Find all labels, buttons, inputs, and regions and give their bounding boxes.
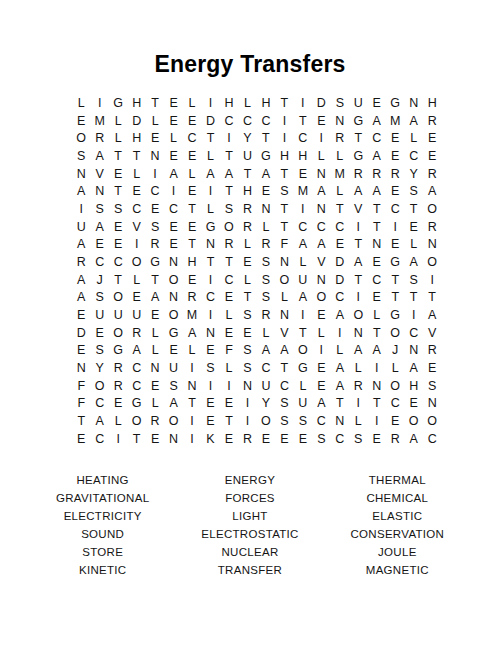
grid-cell-r2c18: M: [386, 112, 404, 130]
grid-cell-r2c5: L: [146, 112, 164, 130]
word-electrostatic: ELECTROSTATIC: [176, 525, 323, 543]
grid-cell-r12c5: A: [146, 288, 164, 306]
grid-cell-r3c4: H: [127, 129, 145, 147]
grid-cell-r19c14: C: [312, 412, 330, 430]
grid-cell-r4c1: S: [72, 147, 90, 165]
grid-cell-r7c9: S: [220, 200, 238, 218]
grid-cell-r3c6: L: [164, 129, 182, 147]
grid-cell-r6c5: C: [146, 182, 164, 200]
grid-cell-r8c6: E: [164, 218, 182, 236]
grid-cell-r12c18: T: [386, 288, 404, 306]
grid-cell-r15c14: I: [312, 341, 330, 359]
grid-cell-r9c20: N: [423, 235, 441, 253]
word-list-column-2: ENERGYFORCESLIGHTELECTROSTATICNUCLEARTRA…: [176, 471, 323, 579]
grid-cell-r1c7: L: [183, 94, 201, 112]
grid-cell-r12c3: O: [109, 288, 127, 306]
grid-cell-r5c7: L: [183, 165, 201, 183]
grid-cell-r10c5: G: [146, 253, 164, 271]
grid-cell-r3c18: E: [386, 129, 404, 147]
grid-cell-r10c20: O: [423, 253, 441, 271]
grid-cell-r9c13: A: [294, 235, 312, 253]
grid-cell-r16c13: G: [294, 359, 312, 377]
grid-cell-r15c12: A: [275, 341, 293, 359]
grid-cell-r10c1: R: [72, 253, 90, 271]
grid-cell-r12c10: T: [238, 288, 256, 306]
grid-cell-r6c4: E: [127, 182, 145, 200]
grid-cell-r1c11: H: [257, 94, 275, 112]
grid-cell-r15c7: L: [183, 341, 201, 359]
grid-cell-r5c16: R: [349, 165, 367, 183]
grid-cell-r18c19: E: [404, 394, 422, 412]
grid-cell-r20c7: I: [183, 430, 201, 448]
grid-cell-r15c18: J: [386, 341, 404, 359]
grid-cell-r19c10: I: [238, 412, 256, 430]
grid-cell-r11c19: S: [404, 271, 422, 289]
grid-cell-r3c12: I: [275, 129, 293, 147]
grid-cell-r1c12: T: [275, 94, 293, 112]
grid-cell-r10c8: T: [201, 253, 219, 271]
grid-cell-r1c20: H: [423, 94, 441, 112]
grid-cell-r2c9: C: [220, 112, 238, 130]
grid-cell-r17c17: N: [368, 377, 386, 395]
word-transfer: TRANSFER: [176, 561, 323, 579]
grid-cell-r14c18: O: [386, 324, 404, 342]
grid-cell-r2c1: E: [72, 112, 90, 130]
grid-cell-r16c12: T: [275, 359, 293, 377]
grid-cell-r20c12: E: [275, 430, 293, 448]
grid-cell-r3c19: L: [404, 129, 422, 147]
word-search-grid: LIGHTELIHLHTIDSUEGNHEMLDLEEDCCCITENGAMAR…: [72, 94, 441, 447]
grid-cell-r1c1: L: [72, 94, 90, 112]
grid-cell-r19c5: R: [146, 412, 164, 430]
grid-cell-r5c17: R: [368, 165, 386, 183]
grid-cell-r2c13: T: [294, 112, 312, 130]
grid-cell-r11c18: T: [386, 271, 404, 289]
grid-cell-r9c14: A: [312, 235, 330, 253]
grid-cell-r4c13: H: [294, 147, 312, 165]
grid-cell-r19c17: I: [368, 412, 386, 430]
grid-cell-r9c4: I: [127, 235, 145, 253]
grid-cell-r3c10: Y: [238, 129, 256, 147]
grid-cell-r3c20: E: [423, 129, 441, 147]
grid-cell-r5c11: A: [257, 165, 275, 183]
grid-cell-r2c3: L: [109, 112, 127, 130]
grid-cell-r6c19: S: [404, 182, 422, 200]
grid-cell-r15c10: S: [238, 341, 256, 359]
grid-cell-r19c9: T: [220, 412, 238, 430]
grid-cell-r9c9: R: [220, 235, 238, 253]
grid-cell-r10c2: C: [90, 253, 108, 271]
grid-cell-r7c2: S: [90, 200, 108, 218]
grid-cell-r17c19: H: [404, 377, 422, 395]
grid-cell-r15c6: E: [164, 341, 182, 359]
grid-cell-r18c6: A: [164, 394, 182, 412]
word-gravitational: GRAVITATIONAL: [29, 489, 176, 507]
word-electricity: ELECTRICITY: [29, 507, 176, 525]
grid-cell-r18c9: E: [220, 394, 238, 412]
grid-cell-r8c13: C: [294, 218, 312, 236]
grid-cell-r11c7: E: [183, 271, 201, 289]
grid-cell-r20c2: C: [90, 430, 108, 448]
grid-cell-r13c18: G: [386, 306, 404, 324]
grid-cell-r13c11: R: [257, 306, 275, 324]
grid-cell-r13c4: U: [127, 306, 145, 324]
word-nuclear: NUCLEAR: [176, 543, 323, 561]
grid-cell-r17c15: A: [331, 377, 349, 395]
grid-cell-r18c11: Y: [257, 394, 275, 412]
grid-cell-r11c5: T: [146, 271, 164, 289]
grid-cell-r13c7: M: [183, 306, 201, 324]
grid-cell-r14c7: A: [183, 324, 201, 342]
grid-cell-r4c9: T: [220, 147, 238, 165]
grid-cell-r18c3: E: [109, 394, 127, 412]
grid-cell-r4c6: E: [164, 147, 182, 165]
grid-cell-r4c17: A: [368, 147, 386, 165]
grid-cell-r14c8: N: [201, 324, 219, 342]
grid-cell-r20c16: S: [349, 430, 367, 448]
grid-cell-r17c7: N: [183, 377, 201, 395]
grid-cell-r2c19: A: [404, 112, 422, 130]
grid-cell-r15c5: L: [146, 341, 164, 359]
grid-cell-r15c11: A: [257, 341, 275, 359]
grid-cell-r6c18: E: [386, 182, 404, 200]
grid-cell-r3c2: R: [90, 129, 108, 147]
grid-cell-r15c1: E: [72, 341, 90, 359]
grid-cell-r17c10: N: [238, 377, 256, 395]
grid-cell-r19c19: O: [404, 412, 422, 430]
grid-cell-r2c11: C: [257, 112, 275, 130]
grid-cell-r8c3: E: [109, 218, 127, 236]
grid-cell-r17c18: O: [386, 377, 404, 395]
grid-cell-r1c14: D: [312, 94, 330, 112]
grid-cell-r2c16: G: [349, 112, 367, 130]
grid-cell-r15c9: F: [220, 341, 238, 359]
grid-cell-r16c18: L: [386, 359, 404, 377]
grid-cell-r20c18: R: [386, 430, 404, 448]
grid-cell-r5c20: R: [423, 165, 441, 183]
grid-cell-r13c10: S: [238, 306, 256, 324]
grid-cell-r20c20: C: [423, 430, 441, 448]
grid-cell-r13c5: E: [146, 306, 164, 324]
grid-cell-r4c5: N: [146, 147, 164, 165]
grid-cell-r7c10: R: [238, 200, 256, 218]
grid-cell-r3c11: T: [257, 129, 275, 147]
grid-cell-r19c1: T: [72, 412, 90, 430]
grid-cell-r17c9: I: [220, 377, 238, 395]
grid-cell-r16c16: L: [349, 359, 367, 377]
grid-cell-r13c2: U: [90, 306, 108, 324]
grid-cell-r19c3: L: [109, 412, 127, 430]
grid-cell-r19c18: E: [386, 412, 404, 430]
grid-cell-r4c18: E: [386, 147, 404, 165]
grid-cell-r8c16: I: [349, 218, 367, 236]
grid-cell-r20c10: R: [238, 430, 256, 448]
grid-cell-r1c8: I: [201, 94, 219, 112]
grid-cell-r9c12: F: [275, 235, 293, 253]
grid-cell-r14c16: N: [349, 324, 367, 342]
grid-cell-r18c18: C: [386, 394, 404, 412]
word-chemical: CHEMICAL: [324, 489, 471, 507]
grid-cell-r16c14: E: [312, 359, 330, 377]
grid-cell-r6c1: A: [72, 182, 90, 200]
grid-cell-r14c9: E: [220, 324, 238, 342]
grid-cell-r9c19: L: [404, 235, 422, 253]
grid-cell-r13c1: E: [72, 306, 90, 324]
grid-cell-r13c3: U: [109, 306, 127, 324]
grid-cell-r15c3: G: [109, 341, 127, 359]
grid-cell-r16c19: A: [404, 359, 422, 377]
grid-cell-r14c17: T: [368, 324, 386, 342]
grid-cell-r3c7: C: [183, 129, 201, 147]
grid-cell-r8c5: S: [146, 218, 164, 236]
grid-cell-r2c12: I: [275, 112, 293, 130]
grid-cell-r5c2: V: [90, 165, 108, 183]
grid-cell-r20c8: K: [201, 430, 219, 448]
grid-cell-r11c12: O: [275, 271, 293, 289]
grid-cell-r12c12: L: [275, 288, 293, 306]
grid-cell-r14c20: V: [423, 324, 441, 342]
grid-cell-r4c4: T: [127, 147, 145, 165]
grid-cell-r14c5: L: [146, 324, 164, 342]
grid-cell-r7c12: T: [275, 200, 293, 218]
grid-cell-r3c9: I: [220, 129, 238, 147]
grid-cell-r5c1: N: [72, 165, 90, 183]
grid-cell-r8c9: O: [220, 218, 238, 236]
grid-cell-r19c7: I: [183, 412, 201, 430]
grid-cell-r5c14: N: [312, 165, 330, 183]
grid-cell-r14c14: L: [312, 324, 330, 342]
grid-cell-r20c9: E: [220, 430, 238, 448]
grid-cell-r8c11: L: [257, 218, 275, 236]
grid-cell-r5c15: M: [331, 165, 349, 183]
grid-cell-r5c8: A: [201, 165, 219, 183]
grid-cell-r10c18: G: [386, 253, 404, 271]
grid-cell-r13c13: I: [294, 306, 312, 324]
grid-cell-r5c5: I: [146, 165, 164, 183]
word-search-page: Energy Transfers LIGHTELIHLHTIDSUEGNHEML…: [0, 0, 500, 647]
word-heating: HEATING: [29, 471, 176, 489]
grid-cell-r16c17: I: [368, 359, 386, 377]
grid-cell-r19c2: A: [90, 412, 108, 430]
grid-cell-r18c8: E: [201, 394, 219, 412]
grid-cell-r11c6: O: [164, 271, 182, 289]
grid-cell-r20c13: E: [294, 430, 312, 448]
grid-cell-r3c16: T: [349, 129, 367, 147]
grid-cell-r12c15: C: [331, 288, 349, 306]
grid-cell-r7c17: T: [368, 200, 386, 218]
grid-cell-r10c6: N: [164, 253, 182, 271]
word-forces: FORCES: [176, 489, 323, 507]
grid-cell-r6c7: E: [183, 182, 201, 200]
grid-cell-r13c19: I: [404, 306, 422, 324]
grid-cell-r4c3: T: [109, 147, 127, 165]
grid-cell-r9c1: A: [72, 235, 90, 253]
grid-cell-r16c1: N: [72, 359, 90, 377]
grid-cell-r18c7: T: [183, 394, 201, 412]
grid-cell-r17c20: S: [423, 377, 441, 395]
word-sound: SOUND: [29, 525, 176, 543]
grid-cell-r9c17: N: [368, 235, 386, 253]
grid-cell-r8c4: V: [127, 218, 145, 236]
grid-cell-r2c6: E: [164, 112, 182, 130]
grid-cell-r1c13: I: [294, 94, 312, 112]
grid-cell-r10c14: V: [312, 253, 330, 271]
grid-cell-r5c19: Y: [404, 165, 422, 183]
grid-cell-r5c13: E: [294, 165, 312, 183]
grid-cell-r6c13: M: [294, 182, 312, 200]
grid-cell-r11c15: D: [331, 271, 349, 289]
grid-cell-r12c16: I: [349, 288, 367, 306]
grid-cell-r14c6: G: [164, 324, 182, 342]
grid-cell-r20c19: A: [404, 430, 422, 448]
grid-cell-r19c16: L: [349, 412, 367, 430]
grid-cell-r2c8: D: [201, 112, 219, 130]
grid-cell-r12c19: T: [404, 288, 422, 306]
grid-cell-r10c12: N: [275, 253, 293, 271]
grid-cell-r1c5: T: [146, 94, 164, 112]
grid-cell-r1c4: H: [127, 94, 145, 112]
grid-cell-r11c13: U: [294, 271, 312, 289]
grid-cell-r5c4: L: [127, 165, 145, 183]
grid-cell-r1c10: L: [238, 94, 256, 112]
grid-cell-r11c2: J: [90, 271, 108, 289]
grid-cell-r12c14: O: [312, 288, 330, 306]
grid-cell-r10c16: A: [349, 253, 367, 271]
word-light: LIGHT: [176, 507, 323, 525]
grid-cell-r17c6: S: [164, 377, 182, 395]
grid-cell-r7c4: C: [127, 200, 145, 218]
grid-cell-r8c15: C: [331, 218, 349, 236]
grid-cell-r16c4: C: [127, 359, 145, 377]
grid-cell-r16c2: Y: [90, 359, 108, 377]
grid-cell-r5c10: T: [238, 165, 256, 183]
grid-cell-r18c2: C: [90, 394, 108, 412]
grid-cell-r19c13: S: [294, 412, 312, 430]
grid-cell-r3c15: R: [331, 129, 349, 147]
grid-cell-r16c20: E: [423, 359, 441, 377]
grid-cell-r3c1: O: [72, 129, 90, 147]
grid-cell-r13c12: N: [275, 306, 293, 324]
grid-cell-r14c10: E: [238, 324, 256, 342]
grid-cell-r17c1: F: [72, 377, 90, 395]
grid-cell-r19c8: E: [201, 412, 219, 430]
grid-cell-r12c8: C: [201, 288, 219, 306]
grid-cell-r13c14: E: [312, 306, 330, 324]
grid-cell-r15c17: A: [368, 341, 386, 359]
grid-cell-r7c7: T: [183, 200, 201, 218]
grid-cell-r9c5: R: [146, 235, 164, 253]
grid-cell-r20c3: I: [109, 430, 127, 448]
grid-cell-r10c13: L: [294, 253, 312, 271]
grid-cell-r4c16: G: [349, 147, 367, 165]
grid-cell-r2c17: A: [368, 112, 386, 130]
word-conservation: CONSERVATION: [324, 525, 471, 543]
grid-cell-r11c17: C: [368, 271, 386, 289]
grid-cell-r19c11: O: [257, 412, 275, 430]
grid-cell-r14c1: D: [72, 324, 90, 342]
grid-cell-r9c8: N: [201, 235, 219, 253]
word-elastic: ELASTIC: [324, 507, 471, 525]
grid-cell-r8c8: G: [201, 218, 219, 236]
grid-cell-r20c1: E: [72, 430, 90, 448]
grid-cell-r3c17: C: [368, 129, 386, 147]
grid-cell-r18c16: I: [349, 394, 367, 412]
grid-cell-r9c2: E: [90, 235, 108, 253]
grid-cell-r17c8: I: [201, 377, 219, 395]
grid-cell-r16c7: I: [183, 359, 201, 377]
grid-cell-r20c11: E: [257, 430, 275, 448]
grid-cell-r16c11: C: [257, 359, 275, 377]
grid-cell-r15c19: N: [404, 341, 422, 359]
grid-cell-r15c15: L: [331, 341, 349, 359]
grid-cell-r15c20: R: [423, 341, 441, 359]
grid-cell-r2c4: D: [127, 112, 145, 130]
grid-cell-r19c20: O: [423, 412, 441, 430]
grid-cell-r17c11: U: [257, 377, 275, 395]
grid-cell-r6c15: L: [331, 182, 349, 200]
grid-cell-r14c15: I: [331, 324, 349, 342]
grid-cell-r7c11: N: [257, 200, 275, 218]
word-list: HEATINGGRAVITATIONALELECTRICITYSOUNDSTOR…: [29, 471, 471, 579]
grid-cell-r5c9: A: [220, 165, 238, 183]
grid-cell-r15c2: S: [90, 341, 108, 359]
grid-cell-r6c20: A: [423, 182, 441, 200]
grid-cell-r4c8: L: [201, 147, 219, 165]
grid-cell-r10c9: T: [220, 253, 238, 271]
grid-cell-r6c17: A: [368, 182, 386, 200]
grid-cell-r12c2: S: [90, 288, 108, 306]
grid-cell-r16c6: U: [164, 359, 182, 377]
grid-cell-r12c9: E: [220, 288, 238, 306]
grid-cell-r13c6: O: [164, 306, 182, 324]
grid-cell-r12c7: R: [183, 288, 201, 306]
grid-cell-r7c8: L: [201, 200, 219, 218]
grid-cell-r2c15: N: [331, 112, 349, 130]
grid-cell-r10c17: E: [368, 253, 386, 271]
grid-cell-r8c20: R: [423, 218, 441, 236]
grid-cell-r12c20: T: [423, 288, 441, 306]
grid-cell-r8c2: A: [90, 218, 108, 236]
grid-cell-r18c12: S: [275, 394, 293, 412]
grid-cell-r12c1: A: [72, 288, 90, 306]
grid-cell-r7c16: V: [349, 200, 367, 218]
grid-cell-r5c3: E: [109, 165, 127, 183]
grid-cell-r1c6: E: [164, 94, 182, 112]
grid-cell-r6c6: I: [164, 182, 182, 200]
grid-cell-r9c6: E: [164, 235, 182, 253]
grid-cell-r11c20: I: [423, 271, 441, 289]
grid-cell-r14c4: R: [127, 324, 145, 342]
grid-cell-r2c14: E: [312, 112, 330, 130]
grid-cell-r11c14: N: [312, 271, 330, 289]
grid-cell-r11c8: I: [201, 271, 219, 289]
grid-cell-r6c12: S: [275, 182, 293, 200]
grid-cell-r15c13: O: [294, 341, 312, 359]
grid-cell-r1c18: G: [386, 94, 404, 112]
grid-cell-r6c2: N: [90, 182, 108, 200]
grid-cell-r11c9: C: [220, 271, 238, 289]
grid-cell-r6c10: H: [238, 182, 256, 200]
grid-cell-r4c7: E: [183, 147, 201, 165]
grid-cell-r16c15: A: [331, 359, 349, 377]
grid-cell-r20c5: E: [146, 430, 164, 448]
grid-cell-r17c12: C: [275, 377, 293, 395]
grid-cell-r14c12: V: [275, 324, 293, 342]
grid-cell-r6c8: I: [201, 182, 219, 200]
grid-cell-r16c5: N: [146, 359, 164, 377]
grid-cell-r9c18: E: [386, 235, 404, 253]
grid-cell-r3c13: C: [294, 129, 312, 147]
